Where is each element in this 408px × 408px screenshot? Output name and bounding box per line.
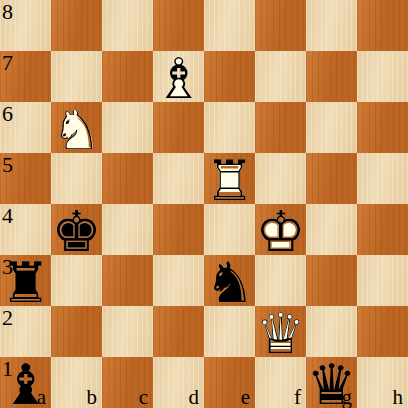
square-d5[interactable] <box>153 153 204 204</box>
square-c2[interactable] <box>102 306 153 357</box>
square-c7[interactable] <box>102 51 153 102</box>
piece-outline-glyph: ♖ <box>204 153 254 209</box>
square-e5[interactable]: ♜♖ <box>204 153 255 204</box>
rank-label-7: 7 <box>2 52 13 74</box>
piece-outline-glyph: ♘ <box>51 102 101 158</box>
square-b7[interactable] <box>51 51 102 102</box>
piece-outline-glyph: ♔ <box>255 204 305 260</box>
square-g2[interactable] <box>306 306 357 357</box>
square-e1[interactable]: e <box>204 357 255 408</box>
square-a5[interactable]: 5 <box>0 153 51 204</box>
square-d2[interactable] <box>153 306 204 357</box>
black-bishop[interactable]: ♝ <box>0 357 51 408</box>
square-e6[interactable] <box>204 102 255 153</box>
square-b6[interactable]: ♞♘ <box>51 102 102 153</box>
square-g4[interactable] <box>306 204 357 255</box>
square-f4[interactable]: ♚♔ <box>255 204 306 255</box>
square-d3[interactable] <box>153 255 204 306</box>
square-f6[interactable] <box>255 102 306 153</box>
square-g1[interactable]: g♛ <box>306 357 357 408</box>
rank-label-5: 5 <box>2 154 13 176</box>
square-h2[interactable] <box>357 306 408 357</box>
square-c8[interactable] <box>102 0 153 51</box>
square-c3[interactable] <box>102 255 153 306</box>
white-queen[interactable]: ♛♕ <box>255 306 306 357</box>
white-knight[interactable]: ♞♘ <box>51 102 102 153</box>
square-g3[interactable] <box>306 255 357 306</box>
file-label-b: b <box>87 387 98 408</box>
square-h5[interactable] <box>357 153 408 204</box>
square-d4[interactable] <box>153 204 204 255</box>
rank-label-8: 8 <box>2 1 13 23</box>
black-queen[interactable]: ♛ <box>306 357 357 408</box>
white-king[interactable]: ♚♔ <box>255 204 306 255</box>
white-bishop[interactable]: ♝♗ <box>153 51 204 102</box>
square-h1[interactable]: h <box>357 357 408 408</box>
white-rook[interactable]: ♜♖ <box>204 153 255 204</box>
file-label-c: c <box>139 387 148 408</box>
square-d8[interactable] <box>153 0 204 51</box>
black-king[interactable]: ♚ <box>51 204 102 255</box>
square-g8[interactable] <box>306 0 357 51</box>
square-c4[interactable] <box>102 204 153 255</box>
square-g5[interactable] <box>306 153 357 204</box>
square-g7[interactable] <box>306 51 357 102</box>
square-a3[interactable]: 3♜ <box>0 255 51 306</box>
square-b8[interactable] <box>51 0 102 51</box>
file-label-d: d <box>189 387 200 408</box>
square-b4[interactable]: ♚ <box>51 204 102 255</box>
square-a1[interactable]: 1a♝ <box>0 357 51 408</box>
black-rook[interactable]: ♜ <box>0 255 51 306</box>
square-h4[interactable] <box>357 204 408 255</box>
square-d1[interactable]: d <box>153 357 204 408</box>
file-label-e: e <box>241 387 250 408</box>
square-f8[interactable] <box>255 0 306 51</box>
square-c6[interactable] <box>102 102 153 153</box>
square-a8[interactable]: 8 <box>0 0 51 51</box>
square-a4[interactable]: 4 <box>0 204 51 255</box>
square-c5[interactable] <box>102 153 153 204</box>
chess-board: 87♝♗6♞♘5♜♖4♚♚♔3♜♞2♛♕1a♝bcdefg♛h <box>0 0 408 408</box>
square-a6[interactable]: 6 <box>0 102 51 153</box>
rank-label-4: 4 <box>2 205 13 227</box>
file-label-f: f <box>294 387 301 408</box>
rank-label-6: 6 <box>2 103 13 125</box>
square-e3[interactable]: ♞ <box>204 255 255 306</box>
square-h8[interactable] <box>357 0 408 51</box>
square-f5[interactable] <box>255 153 306 204</box>
square-h7[interactable] <box>357 51 408 102</box>
black-knight[interactable]: ♞ <box>204 255 255 306</box>
square-a7[interactable]: 7 <box>0 51 51 102</box>
square-g6[interactable] <box>306 102 357 153</box>
square-e8[interactable] <box>204 0 255 51</box>
square-h6[interactable] <box>357 102 408 153</box>
square-b1[interactable]: b <box>51 357 102 408</box>
square-d7[interactable]: ♝♗ <box>153 51 204 102</box>
square-h3[interactable] <box>357 255 408 306</box>
square-e7[interactable] <box>204 51 255 102</box>
square-b2[interactable] <box>51 306 102 357</box>
file-label-h: h <box>393 387 404 408</box>
piece-outline-glyph: ♕ <box>255 306 305 362</box>
square-f2[interactable]: ♛♕ <box>255 306 306 357</box>
piece-outline-glyph: ♗ <box>153 51 203 107</box>
square-c1[interactable]: c <box>102 357 153 408</box>
square-f7[interactable] <box>255 51 306 102</box>
